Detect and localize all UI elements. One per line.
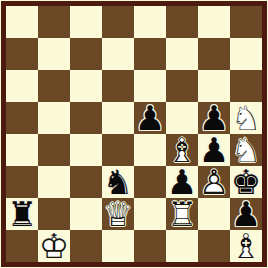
- square-b1[interactable]: ♚♔: [38, 230, 70, 262]
- black-piece-glyph: ♟: [230, 198, 262, 230]
- square-a6[interactable]: [6, 70, 38, 102]
- square-a4[interactable]: [6, 134, 38, 166]
- square-g2[interactable]: [198, 198, 230, 230]
- piece-wB-f4[interactable]: ♝♗: [166, 134, 198, 166]
- square-a2[interactable]: ♜: [6, 198, 38, 230]
- square-c3[interactable]: [70, 166, 102, 198]
- piece-bP-g4[interactable]: ♟: [198, 134, 230, 166]
- square-h6[interactable]: [230, 70, 262, 102]
- square-h1[interactable]: ♝♗: [230, 230, 262, 262]
- square-c7[interactable]: [70, 38, 102, 70]
- square-d7[interactable]: [102, 38, 134, 70]
- square-b5[interactable]: [38, 102, 70, 134]
- square-d8[interactable]: [102, 6, 134, 38]
- square-c2[interactable]: [70, 198, 102, 230]
- square-f8[interactable]: [166, 6, 198, 38]
- square-c5[interactable]: [70, 102, 102, 134]
- piece-bP-e5[interactable]: ♟: [134, 102, 166, 134]
- white-piece-fill: ♚: [38, 230, 70, 262]
- square-b4[interactable]: [38, 134, 70, 166]
- square-g3[interactable]: ♟♙: [198, 166, 230, 198]
- square-g1[interactable]: [198, 230, 230, 262]
- black-piece-glyph: ♟: [134, 102, 166, 134]
- square-b7[interactable]: [38, 38, 70, 70]
- square-d1[interactable]: [102, 230, 134, 262]
- square-e4[interactable]: [134, 134, 166, 166]
- square-h7[interactable]: [230, 38, 262, 70]
- square-a5[interactable]: [6, 102, 38, 134]
- square-d5[interactable]: [102, 102, 134, 134]
- black-piece-glyph: ♟: [166, 166, 198, 198]
- white-piece-fill: ♟: [198, 166, 230, 198]
- white-piece-fill: ♛: [102, 198, 134, 230]
- square-d2[interactable]: ♛♕: [102, 198, 134, 230]
- square-c6[interactable]: [70, 70, 102, 102]
- square-b6[interactable]: [38, 70, 70, 102]
- square-e1[interactable]: [134, 230, 166, 262]
- piece-wN-h5[interactable]: ♞♘: [230, 102, 262, 134]
- white-piece-fill: ♝: [166, 134, 198, 166]
- piece-bP-g5[interactable]: ♟: [198, 102, 230, 134]
- white-piece-outline: ♔: [38, 230, 70, 262]
- white-piece-outline: ♘: [230, 134, 262, 166]
- square-h4[interactable]: ♞♘: [230, 134, 262, 166]
- chess-board: ♟♟♞♘♝♗♟♞♘♞♟♟♙♚♜♛♕♜♖♟♚♔♝♗: [6, 6, 262, 262]
- square-f2[interactable]: ♜♖: [166, 198, 198, 230]
- square-g7[interactable]: [198, 38, 230, 70]
- square-f4[interactable]: ♝♗: [166, 134, 198, 166]
- square-e2[interactable]: [134, 198, 166, 230]
- piece-wN-h4[interactable]: ♞♘: [230, 134, 262, 166]
- square-e3[interactable]: [134, 166, 166, 198]
- square-f5[interactable]: [166, 102, 198, 134]
- white-piece-outline: ♗: [166, 134, 198, 166]
- square-e5[interactable]: ♟: [134, 102, 166, 134]
- white-piece-fill: ♝: [230, 230, 262, 262]
- square-h2[interactable]: ♟: [230, 198, 262, 230]
- square-g8[interactable]: [198, 6, 230, 38]
- piece-wB-h1[interactable]: ♝♗: [230, 230, 262, 262]
- square-a8[interactable]: [6, 6, 38, 38]
- piece-wK-b1[interactable]: ♚♔: [38, 230, 70, 262]
- square-a7[interactable]: [6, 38, 38, 70]
- piece-bN-d3[interactable]: ♞: [102, 166, 134, 198]
- square-g6[interactable]: [198, 70, 230, 102]
- chess-board-frame: ♟♟♞♘♝♗♟♞♘♞♟♟♙♚♜♛♕♜♖♟♚♔♝♗: [0, 0, 268, 268]
- white-piece-outline: ♘: [230, 102, 262, 134]
- black-piece-glyph: ♞: [102, 166, 134, 198]
- black-piece-glyph: ♜: [6, 198, 38, 230]
- black-piece-glyph: ♟: [198, 134, 230, 166]
- white-piece-fill: ♜: [166, 198, 198, 230]
- piece-wQ-d2[interactable]: ♛♕: [102, 198, 134, 230]
- white-piece-outline: ♗: [230, 230, 262, 262]
- square-g5[interactable]: ♟: [198, 102, 230, 134]
- square-b3[interactable]: [38, 166, 70, 198]
- piece-wP-g3[interactable]: ♟♙: [198, 166, 230, 198]
- square-f6[interactable]: [166, 70, 198, 102]
- piece-bK-h3[interactable]: ♚: [230, 166, 262, 198]
- piece-bR-a2[interactable]: ♜: [6, 198, 38, 230]
- square-e8[interactable]: [134, 6, 166, 38]
- white-piece-fill: ♞: [230, 102, 262, 134]
- square-f7[interactable]: [166, 38, 198, 70]
- white-piece-outline: ♖: [166, 198, 198, 230]
- square-h5[interactable]: ♞♘: [230, 102, 262, 134]
- black-piece-glyph: ♚: [230, 166, 262, 198]
- square-h3[interactable]: ♚: [230, 166, 262, 198]
- square-d3[interactable]: ♞: [102, 166, 134, 198]
- white-piece-outline: ♕: [102, 198, 134, 230]
- square-c4[interactable]: [70, 134, 102, 166]
- black-piece-glyph: ♟: [198, 102, 230, 134]
- square-e6[interactable]: [134, 70, 166, 102]
- square-b8[interactable]: [38, 6, 70, 38]
- square-c8[interactable]: [70, 6, 102, 38]
- square-f1[interactable]: [166, 230, 198, 262]
- square-c1[interactable]: [70, 230, 102, 262]
- square-f3[interactable]: ♟: [166, 166, 198, 198]
- square-d6[interactable]: [102, 70, 134, 102]
- piece-bP-h2[interactable]: ♟: [230, 198, 262, 230]
- white-piece-fill: ♞: [230, 134, 262, 166]
- white-piece-outline: ♙: [198, 166, 230, 198]
- piece-bP-f3[interactable]: ♟: [166, 166, 198, 198]
- square-a1[interactable]: [6, 230, 38, 262]
- piece-wR-f2[interactable]: ♜♖: [166, 198, 198, 230]
- square-e7[interactable]: [134, 38, 166, 70]
- square-b2[interactable]: [38, 198, 70, 230]
- square-h8[interactable]: [230, 6, 262, 38]
- square-g4[interactable]: ♟: [198, 134, 230, 166]
- square-d4[interactable]: [102, 134, 134, 166]
- square-a3[interactable]: [6, 166, 38, 198]
